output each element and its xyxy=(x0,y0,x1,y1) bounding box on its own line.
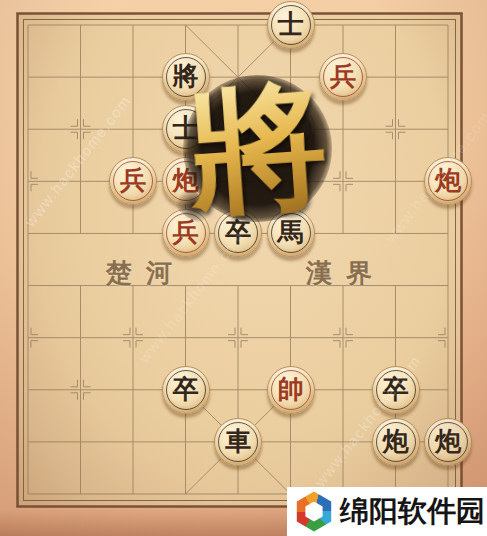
board-point xyxy=(54,103,107,155)
board-point: 士 xyxy=(159,103,212,155)
board-point xyxy=(212,51,265,103)
black-piece-馬[interactable]: 馬 xyxy=(214,105,262,153)
board-point xyxy=(2,155,55,207)
xiangqi-game-screen: 楚河 漢界 士將兵士馬車兵炮炮兵卒馬卒帥卒車炮炮 www.hackhome.co… xyxy=(0,0,487,536)
board-point xyxy=(264,416,317,468)
board-point xyxy=(107,51,160,103)
board-point xyxy=(422,103,475,155)
black-piece-炮[interactable]: 炮 xyxy=(372,418,420,466)
board-point: 炮 xyxy=(369,416,422,468)
board-point xyxy=(2,468,55,520)
board-point: 炮 xyxy=(422,416,475,468)
board-point xyxy=(369,312,422,364)
board-point xyxy=(159,468,212,520)
board-point xyxy=(369,207,422,259)
red-piece-帥[interactable]: 帥 xyxy=(267,366,315,414)
board-point xyxy=(212,364,265,416)
red-piece-兵[interactable]: 兵 xyxy=(319,53,367,101)
board-point xyxy=(369,259,422,311)
board-point: 將 xyxy=(159,51,212,103)
board-point: 卒 xyxy=(369,364,422,416)
board-point xyxy=(317,312,370,364)
board-point xyxy=(54,259,107,311)
board-point: 馬 xyxy=(212,103,265,155)
board-point: 炮 xyxy=(159,155,212,207)
black-piece-卒[interactable]: 卒 xyxy=(372,366,420,414)
board-point xyxy=(264,259,317,311)
board-point: 車 xyxy=(264,103,317,155)
red-piece-兵[interactable]: 兵 xyxy=(109,157,157,205)
hexagon-logo-icon xyxy=(294,492,334,532)
board-point xyxy=(317,259,370,311)
board-point xyxy=(107,207,160,259)
board-point xyxy=(107,103,160,155)
board-point xyxy=(107,364,160,416)
board-point xyxy=(54,0,107,51)
board-point: 士 xyxy=(264,0,317,51)
board-point: 卒 xyxy=(159,364,212,416)
board-point xyxy=(264,312,317,364)
board-point xyxy=(2,312,55,364)
board-point xyxy=(212,312,265,364)
board-point xyxy=(2,259,55,311)
board-point xyxy=(2,416,55,468)
board-point xyxy=(159,416,212,468)
board-point xyxy=(317,416,370,468)
board-point: 炮 xyxy=(422,155,475,207)
red-piece-車[interactable]: 車 xyxy=(267,105,315,153)
board-point: 馬 xyxy=(264,207,317,259)
board-point xyxy=(212,155,265,207)
board-point xyxy=(2,364,55,416)
board-point xyxy=(264,51,317,103)
board-point xyxy=(2,207,55,259)
black-piece-卒[interactable]: 卒 xyxy=(214,209,262,257)
black-piece-士[interactable]: 士 xyxy=(162,105,210,153)
board-point xyxy=(2,0,55,51)
board-point xyxy=(54,207,107,259)
board-point xyxy=(107,312,160,364)
board-point xyxy=(2,51,55,103)
board-point xyxy=(2,103,55,155)
board-point xyxy=(159,0,212,51)
red-piece-兵[interactable]: 兵 xyxy=(162,209,210,257)
board-point xyxy=(369,51,422,103)
board-point xyxy=(212,259,265,311)
board-point xyxy=(317,207,370,259)
board-point xyxy=(54,468,107,520)
board-point xyxy=(422,51,475,103)
board-point: 兵 xyxy=(107,155,160,207)
board-point xyxy=(422,364,475,416)
board-point xyxy=(369,103,422,155)
board-grid[interactable]: 士將兵士馬車兵炮炮兵卒馬卒帥卒車炮炮 xyxy=(2,0,475,520)
board-point xyxy=(317,155,370,207)
board-point xyxy=(422,207,475,259)
board-point xyxy=(54,155,107,207)
black-piece-馬[interactable]: 馬 xyxy=(267,209,315,257)
black-piece-士[interactable]: 士 xyxy=(267,1,315,49)
board-point xyxy=(54,51,107,103)
board-point: 卒 xyxy=(212,207,265,259)
board-point xyxy=(212,0,265,51)
board-point xyxy=(107,468,160,520)
board-point xyxy=(264,155,317,207)
board-point xyxy=(54,312,107,364)
board-point: 兵 xyxy=(159,207,212,259)
black-piece-車[interactable]: 車 xyxy=(214,418,262,466)
site-name: 绵阳软件园 xyxy=(340,492,485,532)
board-point xyxy=(422,0,475,51)
black-piece-炮[interactable]: 炮 xyxy=(424,418,472,466)
board-point: 兵 xyxy=(317,51,370,103)
board-point: 車 xyxy=(212,416,265,468)
red-piece-炮[interactable]: 炮 xyxy=(424,157,472,205)
black-piece-卒[interactable]: 卒 xyxy=(162,366,210,414)
board-point xyxy=(422,312,475,364)
black-piece-將[interactable]: 將 xyxy=(162,53,210,101)
board-point xyxy=(422,259,475,311)
board-point xyxy=(317,364,370,416)
board-point xyxy=(54,416,107,468)
board-point xyxy=(159,259,212,311)
board-point xyxy=(54,364,107,416)
board-point xyxy=(107,0,160,51)
board-point xyxy=(317,103,370,155)
board-point xyxy=(369,155,422,207)
board-point xyxy=(212,468,265,520)
board-point xyxy=(369,0,422,51)
site-watermark-bar: 绵阳软件园 xyxy=(287,487,487,536)
board-point: 帥 xyxy=(264,364,317,416)
board-point xyxy=(317,0,370,51)
board-point xyxy=(107,416,160,468)
red-piece-炮[interactable]: 炮 xyxy=(162,157,210,205)
board-point xyxy=(107,259,160,311)
board-point xyxy=(159,312,212,364)
